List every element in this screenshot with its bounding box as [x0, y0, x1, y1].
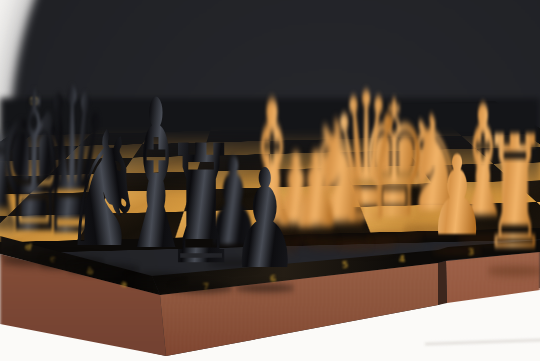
white-rook: ♜: [483, 115, 540, 271]
pieces-layer: ♜♚♛♞♝♜♟♟♝♟♟♞♛♚♞♟♝♜: [0, 0, 540, 361]
chess-photo-scene: dcba76543 ♜♚♛♞♝♜♟♟♝♟♟♞♛♚♞♟♝♜: [0, 0, 540, 361]
white-pawn: ♟: [428, 141, 485, 251]
black-rook: ♜: [164, 124, 238, 288]
black-pawn: ♟: [231, 151, 300, 288]
